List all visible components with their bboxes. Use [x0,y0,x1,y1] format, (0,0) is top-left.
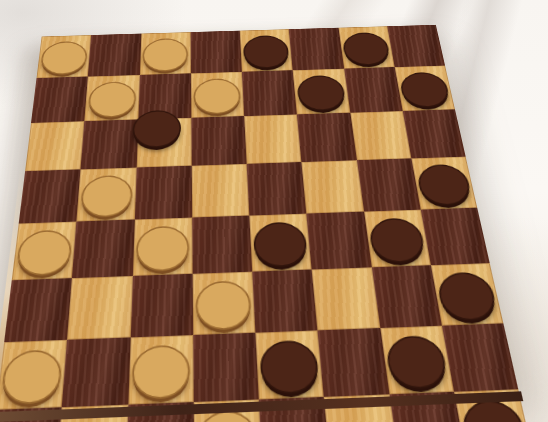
square-r3c4[interactable] [191,116,247,166]
square-r2c4[interactable]: ● [191,72,244,118]
light-piece[interactable]: ● [0,337,67,407]
square-r4c6[interactable] [302,160,364,213]
dark-piece[interactable]: ● [453,386,533,422]
square-r8c4[interactable]: ● [193,399,262,422]
square-r3c3[interactable]: ● [136,118,191,168]
square-r8c7[interactable] [389,392,467,422]
dark-piece[interactable]: ● [255,327,323,396]
square-r6c6[interactable] [312,267,380,330]
dark-piece[interactable]: ● [430,260,502,322]
light-piece[interactable]: ● [77,165,136,219]
square-r1c3[interactable]: ● [139,32,190,75]
board-perspective-wrapper: ●●●●●●●●●●●●●●●●●●●●●●● [0,0,548,422]
square-r5c2[interactable] [72,220,134,279]
square-r5c3[interactable]: ● [132,218,192,276]
tabletop-photo-scene: ●●●●●●●●●●●●●●●●●●●●●●● [0,0,548,422]
square-r1c7[interactable]: ● [338,26,394,68]
square-r2c5[interactable] [242,70,297,116]
square-r2c6[interactable]: ● [293,69,350,115]
dark-piece[interactable]: ● [338,24,394,66]
checkers-board: ●●●●●●●●●●●●●●●●●●●●●●● [0,25,519,412]
square-r6c4[interactable]: ● [192,272,255,335]
light-piece[interactable]: ● [194,396,263,422]
square-r5c5[interactable]: ● [249,214,312,272]
square-r7c6[interactable] [318,328,389,397]
square-r7c5[interactable]: ● [255,330,324,399]
dark-piece[interactable]: ● [129,101,183,149]
square-r7c2[interactable] [62,337,130,407]
square-r5c6[interactable] [307,212,372,270]
square-r8c1[interactable] [0,407,62,422]
square-r4c8[interactable]: ● [411,157,477,210]
square-r6c2[interactable] [67,276,132,340]
light-piece[interactable]: ● [37,33,91,76]
square-r7c1[interactable]: ● [0,340,67,410]
square-r8c5[interactable] [259,397,331,422]
dark-piece[interactable]: ● [363,207,429,264]
square-r2c7[interactable] [344,67,403,113]
square-r4c4[interactable] [192,164,250,218]
square-r6c8[interactable]: ● [431,263,504,326]
square-r3c1[interactable] [25,121,84,171]
square-r5c7[interactable]: ● [364,210,431,268]
dark-piece[interactable]: ● [394,64,454,109]
square-r8c8[interactable]: ● [454,389,535,422]
square-r8c2[interactable] [56,405,128,422]
light-piece[interactable]: ● [133,215,192,273]
dark-piece[interactable]: ● [249,211,311,269]
light-piece[interactable]: ● [193,269,255,332]
light-piece[interactable]: ● [128,332,193,401]
square-r1c1[interactable]: ● [37,35,92,78]
light-piece[interactable]: ● [12,219,76,278]
dark-piece[interactable]: ● [293,67,350,113]
dark-piece[interactable]: ● [240,27,293,70]
square-r7c3[interactable]: ● [128,335,194,405]
dark-piece[interactable]: ● [380,323,453,391]
square-r3c7[interactable] [350,111,411,160]
square-r1c5[interactable]: ● [240,29,293,72]
square-r8c3[interactable] [125,402,194,422]
light-piece[interactable]: ● [140,30,191,73]
square-r5c1[interactable]: ● [12,222,77,281]
square-r2c1[interactable] [31,77,88,123]
square-r2c8[interactable]: ● [394,66,455,111]
dark-piece[interactable]: ● [411,154,477,207]
light-piece[interactable]: ● [191,70,244,116]
square-r8c6[interactable] [324,394,399,422]
square-r3c6[interactable] [297,113,356,162]
square-r4c2[interactable]: ● [77,168,137,222]
square-r3c5[interactable] [244,114,301,163]
